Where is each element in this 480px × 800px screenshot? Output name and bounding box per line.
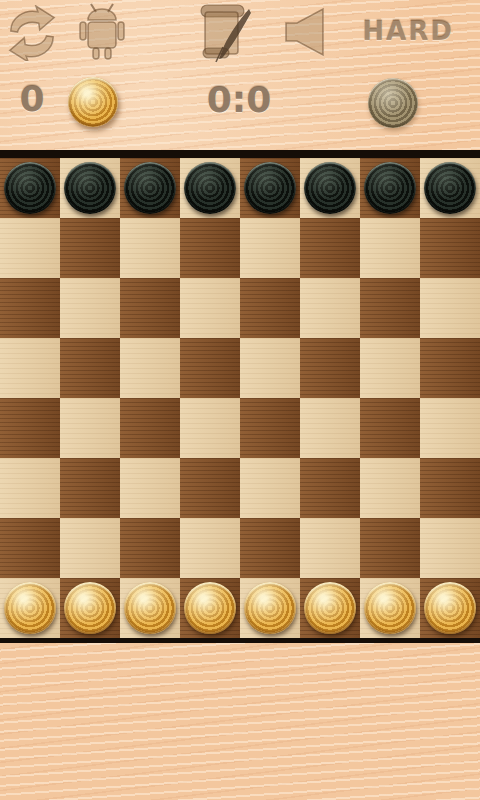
white-piece[interactable]: [304, 582, 356, 634]
board-cell-r4c6[interactable]: [300, 338, 360, 398]
board-cell-r3c8[interactable]: [420, 278, 480, 338]
black-piece[interactable]: [424, 162, 476, 214]
board-cell-r5c7[interactable]: [360, 398, 420, 458]
board-cell-r3c1[interactable]: [0, 278, 60, 338]
board-cell-r3c4[interactable]: [180, 278, 240, 338]
white-turn-indicator: [68, 77, 118, 127]
board-cell-r2c2[interactable]: [60, 218, 120, 278]
board-cell-r3c3[interactable]: [120, 278, 180, 338]
board-cell-r4c3[interactable]: [120, 338, 180, 398]
black-piece[interactable]: [364, 162, 416, 214]
speaker-icon: [284, 6, 326, 58]
white-piece[interactable]: [424, 582, 476, 634]
game-clock: 0:0: [194, 79, 284, 120]
black-piece[interactable]: [184, 162, 236, 214]
restart-icon: [5, 5, 59, 61]
board-cell-r1c6[interactable]: [300, 158, 360, 218]
board-cell-r1c4[interactable]: [180, 158, 240, 218]
board-cell-r6c2[interactable]: [60, 458, 120, 518]
board-cell-r5c5[interactable]: [240, 398, 300, 458]
board-cell-r2c3[interactable]: [120, 218, 180, 278]
board-cell-r8c3[interactable]: [120, 578, 180, 638]
white-score: 0: [12, 78, 52, 119]
black-piece[interactable]: [64, 162, 116, 214]
board-cell-r1c2[interactable]: [60, 158, 120, 218]
board-cell-r6c1[interactable]: [0, 458, 60, 518]
board-cell-r8c1[interactable]: [0, 578, 60, 638]
black-piece[interactable]: [4, 162, 56, 214]
white-piece[interactable]: [124, 582, 176, 634]
board-cell-r1c8[interactable]: [420, 158, 480, 218]
board-grid: [0, 158, 480, 638]
board-cell-r4c5[interactable]: [240, 338, 300, 398]
board-cell-r4c2[interactable]: [60, 338, 120, 398]
board-cell-r2c1[interactable]: [0, 218, 60, 278]
board-cell-r4c7[interactable]: [360, 338, 420, 398]
checkers-board: [0, 150, 480, 643]
black-piece[interactable]: [304, 162, 356, 214]
board-cell-r3c7[interactable]: [360, 278, 420, 338]
board-cell-r3c2[interactable]: [60, 278, 120, 338]
board-cell-r8c8[interactable]: [420, 578, 480, 638]
board-cell-r5c2[interactable]: [60, 398, 120, 458]
board-cell-r8c6[interactable]: [300, 578, 360, 638]
board-cell-r7c6[interactable]: [300, 518, 360, 578]
board-cell-r4c4[interactable]: [180, 338, 240, 398]
android-icon: [77, 2, 127, 62]
board-cell-r6c4[interactable]: [180, 458, 240, 518]
board-cell-r2c6[interactable]: [300, 218, 360, 278]
board-cell-r1c5[interactable]: [240, 158, 300, 218]
board-cell-r6c8[interactable]: [420, 458, 480, 518]
board-cell-r3c5[interactable]: [240, 278, 300, 338]
board-cell-r5c3[interactable]: [120, 398, 180, 458]
board-cell-r6c5[interactable]: [240, 458, 300, 518]
board-cell-r3c6[interactable]: [300, 278, 360, 338]
white-piece[interactable]: [244, 582, 296, 634]
board-cell-r4c8[interactable]: [420, 338, 480, 398]
board-cell-r5c8[interactable]: [420, 398, 480, 458]
board-cell-r5c1[interactable]: [0, 398, 60, 458]
board-cell-r7c1[interactable]: [0, 518, 60, 578]
app-screen: HARD 0 0:0: [0, 0, 480, 800]
board-cell-r8c4[interactable]: [180, 578, 240, 638]
white-piece[interactable]: [64, 582, 116, 634]
board-cell-r6c6[interactable]: [300, 458, 360, 518]
difficulty-label: HARD: [356, 16, 460, 46]
sound-button[interactable]: [284, 6, 326, 58]
board-cell-r7c5[interactable]: [240, 518, 300, 578]
board-cell-r1c3[interactable]: [120, 158, 180, 218]
board-cell-r7c2[interactable]: [60, 518, 120, 578]
restart-button[interactable]: [5, 5, 59, 61]
board-cell-r2c8[interactable]: [420, 218, 480, 278]
android-button[interactable]: [77, 2, 127, 62]
white-piece[interactable]: [184, 582, 236, 634]
board-cell-r5c4[interactable]: [180, 398, 240, 458]
board-cell-r7c3[interactable]: [120, 518, 180, 578]
board-cell-r7c8[interactable]: [420, 518, 480, 578]
board-cell-r5c6[interactable]: [300, 398, 360, 458]
board-cell-r7c4[interactable]: [180, 518, 240, 578]
board-cell-r1c7[interactable]: [360, 158, 420, 218]
board-cell-r8c5[interactable]: [240, 578, 300, 638]
white-piece[interactable]: [4, 582, 56, 634]
black-piece[interactable]: [244, 162, 296, 214]
board-cell-r6c3[interactable]: [120, 458, 180, 518]
board-cell-r1c1[interactable]: [0, 158, 60, 218]
board-cell-r8c2[interactable]: [60, 578, 120, 638]
white-piece[interactable]: [364, 582, 416, 634]
black-piece[interactable]: [124, 162, 176, 214]
black-turn-indicator: [368, 78, 418, 128]
board-cell-r4c1[interactable]: [0, 338, 60, 398]
board-cell-r6c7[interactable]: [360, 458, 420, 518]
board-cell-r2c5[interactable]: [240, 218, 300, 278]
board-cell-r2c7[interactable]: [360, 218, 420, 278]
board-cell-r7c7[interactable]: [360, 518, 420, 578]
board-cell-r8c7[interactable]: [360, 578, 420, 638]
board-cell-r2c4[interactable]: [180, 218, 240, 278]
move-log-button[interactable]: [197, 2, 255, 64]
scroll-quill-icon: [197, 2, 255, 64]
